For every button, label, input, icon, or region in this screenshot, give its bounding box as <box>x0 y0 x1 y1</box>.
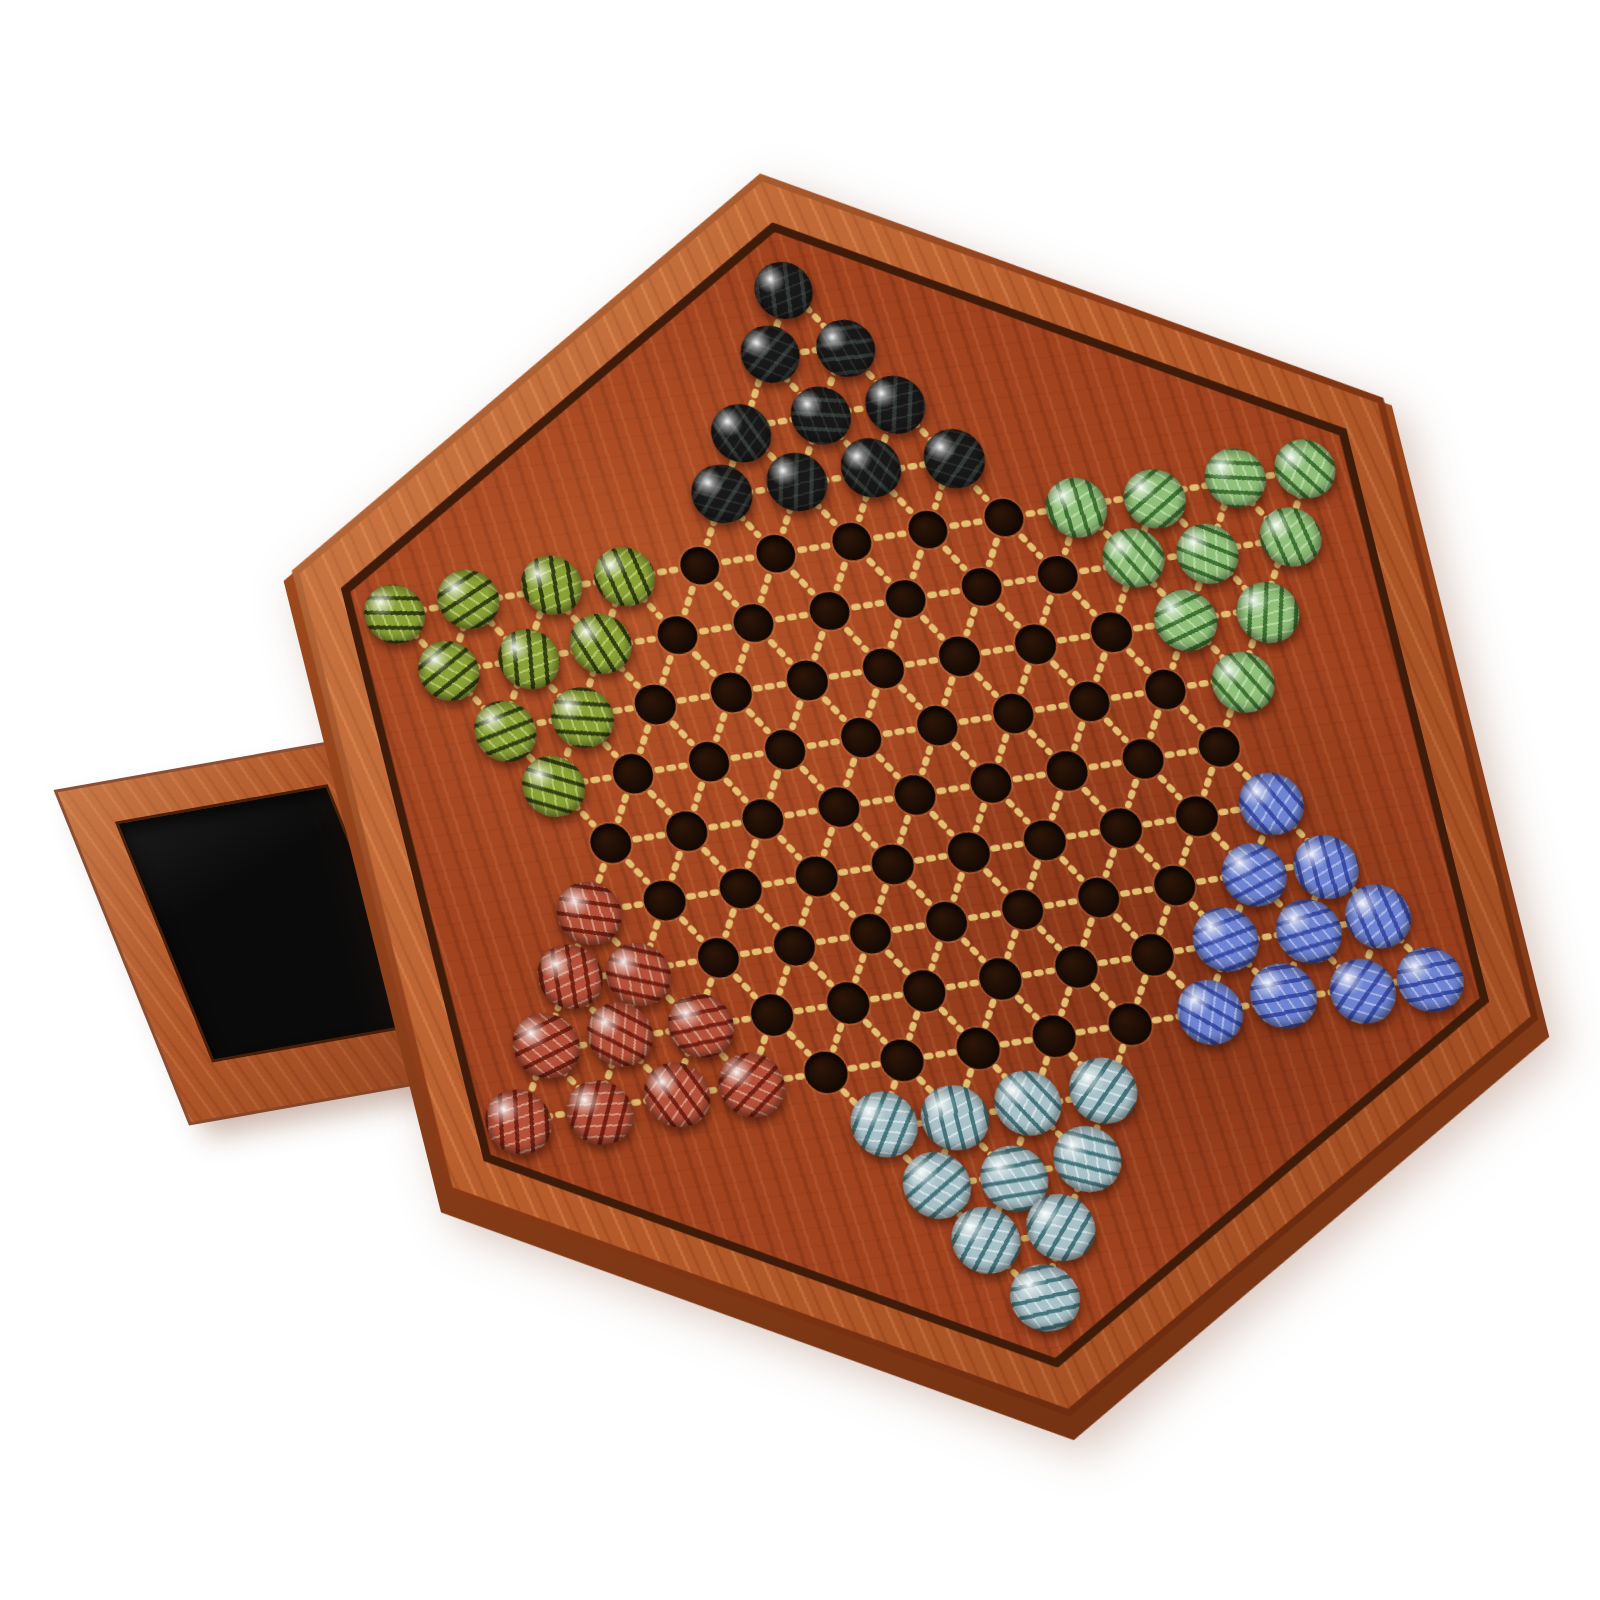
product-photo <box>0 0 1600 1600</box>
chinese-checkers-board <box>115 60 1600 1530</box>
